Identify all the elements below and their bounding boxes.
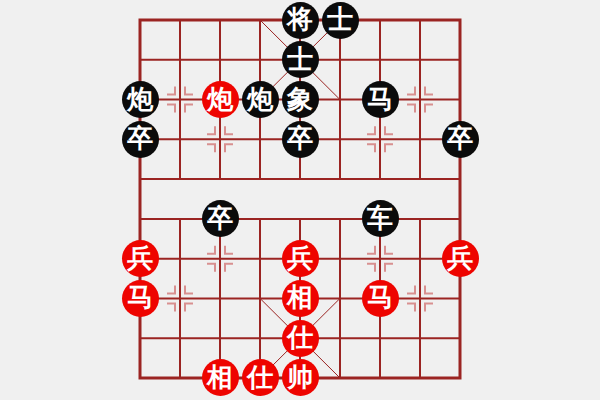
piece-red-cannon[interactable]: 炮: [202, 81, 239, 118]
piece-black-advisor[interactable]: 士: [282, 41, 319, 78]
piece-black-elephant[interactable]: 象: [282, 81, 319, 118]
piece-red-advisor[interactable]: 仕: [282, 320, 319, 357]
piece-black-chariot[interactable]: 车: [362, 200, 399, 237]
piece-red-general[interactable]: 帅: [282, 359, 319, 396]
piece-black-cannon[interactable]: 炮: [122, 81, 159, 118]
piece-black-cannon[interactable]: 炮: [242, 81, 279, 118]
piece-black-soldier[interactable]: 卒: [202, 200, 239, 237]
piece-red-horse[interactable]: 马: [122, 280, 159, 317]
piece-red-elephant[interactable]: 相: [202, 359, 239, 396]
piece-black-horse[interactable]: 马: [362, 81, 399, 118]
piece-red-soldier[interactable]: 兵: [282, 240, 319, 277]
piece-black-general[interactable]: 将: [282, 2, 319, 39]
piece-red-soldier[interactable]: 兵: [442, 240, 479, 277]
piece-red-horse[interactable]: 马: [362, 280, 399, 317]
piece-black-soldier[interactable]: 卒: [282, 121, 319, 158]
xiangqi-board: 将士士炮炮炮象马卒卒卒卒车兵兵兵马相马仕相仕帅: [0, 0, 600, 400]
piece-red-elephant[interactable]: 相: [282, 280, 319, 317]
piece-red-advisor[interactable]: 仕: [242, 359, 279, 396]
piece-black-advisor[interactable]: 士: [322, 2, 359, 39]
piece-black-soldier[interactable]: 卒: [122, 121, 159, 158]
piece-red-soldier[interactable]: 兵: [122, 240, 159, 277]
piece-black-soldier[interactable]: 卒: [442, 121, 479, 158]
piece-layer: 将士士炮炮炮象马卒卒卒卒车兵兵兵马相马仕相仕帅: [120, 0, 480, 398]
